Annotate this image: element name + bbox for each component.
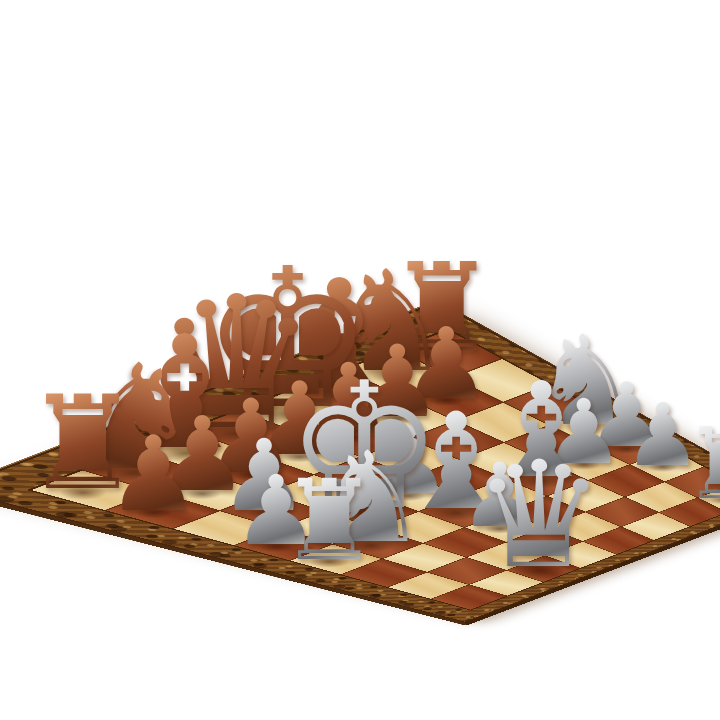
piece-silver-queen-c1: ♛	[473, 442, 605, 589]
piece-copper-pawn-a7: ♟	[107, 422, 200, 526]
chess-set-photo: ♜♞♝♟♚♟♞♛♟♟♝♟♟♟♞♟♝♜♟♟♜♟♟♚♝♟♞♟♜♛	[0, 0, 720, 720]
piece-silver-rook-h1: ♜	[683, 414, 720, 512]
pieces-layer: ♜♞♝♟♚♟♞♛♟♟♝♟♟♟♞♟♝♜♟♟♜♟♟♚♝♟♞♟♜♛	[0, 0, 720, 720]
piece-silver-rook-a4: ♜	[279, 465, 379, 576]
